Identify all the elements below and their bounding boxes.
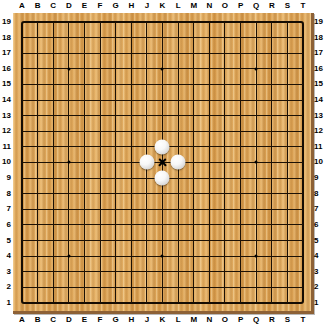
coord-label-bottom-F: F [98,314,103,324]
coord-label-right-11: 11 [314,143,324,151]
coord-label-bottom-D: D [66,314,72,324]
coord-label-bottom-P: P [238,314,243,324]
coord-label-right-17: 17 [314,49,324,57]
white-stone-J10 [139,155,154,170]
coord-label-right-16: 16 [314,65,324,73]
coord-label-bottom-B: B [35,314,41,324]
coord-label-top-M: M [190,0,197,12]
star-point-K4 [161,255,164,258]
coord-label-right-3: 3 [314,268,324,276]
grid-line-vertical [287,22,288,303]
coord-label-left-9: 9 [0,174,11,182]
star-point-Q16 [255,67,258,70]
coord-label-left-3: 3 [0,268,11,276]
coord-label-left-7: 7 [0,205,11,213]
coord-label-right-9: 9 [314,174,324,182]
coord-label-left-6: 6 [0,221,11,229]
coord-label-top-P: P [238,0,243,12]
coord-label-right-2: 2 [314,283,324,291]
coord-label-bottom-C: C [50,314,56,324]
coord-label-left-12: 12 [0,127,11,135]
coord-label-left-11: 11 [0,143,11,151]
coord-label-bottom-K: K [160,314,166,324]
coord-label-top-Q: Q [253,0,259,12]
coord-label-right-7: 7 [314,205,324,213]
coord-label-left-8: 8 [0,190,11,198]
coord-label-top-R: R [269,0,275,12]
coord-label-left-16: 16 [0,65,11,73]
coord-label-top-G: G [113,0,119,12]
coord-label-top-D: D [66,0,72,12]
coord-label-bottom-R: R [269,314,275,324]
coord-label-left-1: 1 [0,299,11,307]
coord-label-bottom-J: J [145,314,149,324]
coord-label-bottom-Q: Q [253,314,259,324]
star-point-D10 [67,161,70,164]
coord-label-left-18: 18 [0,34,11,42]
coord-label-right-4: 4 [314,252,324,260]
coord-label-top-F: F [98,0,103,12]
coord-label-left-17: 17 [0,49,11,57]
grid-line-horizontal [22,209,303,210]
star-point-Q4 [255,255,258,258]
coord-label-left-10: 10 [0,158,11,166]
coord-label-bottom-T: T [301,314,306,324]
coord-label-right-15: 15 [314,80,324,88]
coord-label-right-19: 19 [314,18,324,26]
white-stone-K9 [155,171,170,186]
star-point-D4 [67,255,70,258]
grid-line-horizontal [22,224,303,225]
coord-label-top-N: N [206,0,212,12]
grid-line-vertical [209,22,210,303]
coord-label-bottom-A: A [19,314,25,324]
coord-label-bottom-M: M [190,314,197,324]
coord-label-bottom-S: S [285,314,290,324]
white-stone-L10 [171,155,186,170]
coord-label-top-L: L [176,0,181,12]
grid-line-vertical [193,22,194,303]
go-board-app: AABBCCDDEEFFGGHHJJKKLLMMNNOOPPQQRRSSTT19… [0,0,324,324]
coord-label-left-5: 5 [0,237,11,245]
coord-label-top-A: A [19,0,25,12]
star-point-D16 [67,67,70,70]
coord-label-top-C: C [50,0,56,12]
coord-label-top-O: O [222,0,228,12]
coord-label-bottom-N: N [206,314,212,324]
coord-label-right-14: 14 [314,96,324,104]
white-stone-K11 [155,139,170,154]
grid-line-horizontal [22,240,303,241]
coord-label-top-H: H [128,0,134,12]
star-point-K16 [161,67,164,70]
grid-line-horizontal [22,193,303,194]
coord-label-bottom-L: L [176,314,181,324]
coord-label-right-5: 5 [314,237,324,245]
coord-label-right-13: 13 [314,112,324,120]
grid-line-horizontal [22,271,303,272]
grid-line-horizontal [22,287,303,288]
coord-label-top-S: S [285,0,290,12]
coord-label-left-14: 14 [0,96,11,104]
coord-label-left-2: 2 [0,283,11,291]
coord-label-right-1: 1 [314,299,324,307]
coord-label-bottom-E: E [82,314,87,324]
grid-line-vertical [240,22,241,303]
coord-label-top-E: E [82,0,87,12]
coord-label-left-4: 4 [0,252,11,260]
grid-line-vertical [271,22,272,303]
coord-label-right-18: 18 [314,34,324,42]
coord-label-right-6: 6 [314,221,324,229]
coord-label-left-15: 15 [0,80,11,88]
coord-label-top-B: B [35,0,41,12]
grid-line-vertical [224,22,225,303]
coord-label-top-T: T [301,0,306,12]
star-point-Q10 [255,161,258,164]
coord-label-left-19: 19 [0,18,11,26]
coord-label-bottom-G: G [113,314,119,324]
coord-label-right-10: 10 [314,158,324,166]
coord-label-right-8: 8 [314,190,324,198]
coord-label-top-K: K [160,0,166,12]
coord-label-bottom-O: O [222,314,228,324]
coord-label-left-13: 13 [0,112,11,120]
coord-label-top-J: J [145,0,149,12]
coord-label-right-12: 12 [314,127,324,135]
coord-label-bottom-H: H [128,314,134,324]
x-marker-K10 [158,158,167,167]
